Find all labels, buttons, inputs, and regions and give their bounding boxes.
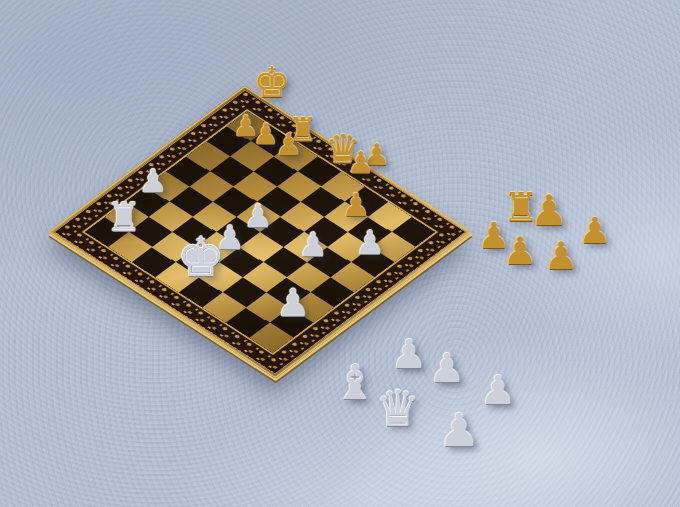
silver-pawn-piece[interactable]: ♟ <box>429 348 465 388</box>
silver-bishop-piece[interactable]: ♝ <box>333 358 376 406</box>
silver-queen-piece[interactable]: ♛ <box>376 384 421 434</box>
gold-pawn-piece[interactable]: ♟ <box>579 213 611 249</box>
silver-pawn-piece[interactable]: ♟ <box>139 165 168 197</box>
silver-king-piece[interactable]: ♚ <box>177 231 225 285</box>
silver-pawn-piece[interactable]: ♟ <box>244 200 273 232</box>
silver-pawn-piece[interactable]: ♟ <box>480 370 516 410</box>
gold-king-piece[interactable]: ♚ <box>253 62 291 104</box>
gold-pawn-piece[interactable]: ♟ <box>503 232 537 270</box>
gold-pawn-piece[interactable]: ♟ <box>342 189 371 221</box>
silver-pawn-piece[interactable]: ♟ <box>355 226 385 259</box>
silver-pawn-piece[interactable]: ♟ <box>276 284 310 322</box>
gold-pawn-piece[interactable]: ♟ <box>544 237 578 275</box>
photo-scene: ♚♜♛♟♟♟♟♟♟♟♜♟♟♚♟♟♟♜♟♟♟♟♟♝♟♛♟♟♟ <box>0 0 680 507</box>
gold-pawn-piece[interactable]: ♟ <box>276 130 303 160</box>
silver-rook-piece[interactable]: ♜ <box>106 197 142 237</box>
silver-pawn-piece[interactable]: ♟ <box>391 334 427 374</box>
silver-pawn-piece[interactable]: ♟ <box>298 228 328 261</box>
gold-pawn-piece[interactable]: ♟ <box>530 190 568 232</box>
gold-pawn-piece[interactable]: ♟ <box>348 148 375 178</box>
silver-pawn-piece[interactable]: ♟ <box>438 407 479 453</box>
